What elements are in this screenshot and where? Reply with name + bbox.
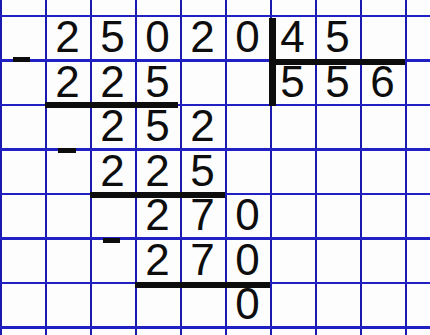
digit-cell: 5 xyxy=(315,60,360,105)
digit-cell: 5 xyxy=(270,60,315,105)
digit-cell: 0 xyxy=(225,238,270,283)
subtraction-underline-2 xyxy=(90,192,225,198)
division-sheet: 25020452255562522252702700 xyxy=(0,0,430,335)
digit-cell: 2 xyxy=(90,60,135,105)
digit-cell: 2 xyxy=(180,15,225,60)
minus-sign-1 xyxy=(13,57,30,62)
divisor-underline xyxy=(269,59,405,65)
digit-cell: 5 xyxy=(135,104,180,149)
digit-cell: 2 xyxy=(180,104,225,149)
digit-cell: 0 xyxy=(225,193,270,238)
digit-cell: 2 xyxy=(135,149,180,194)
minus-sign-2 xyxy=(58,148,76,153)
digit-cell: 2 xyxy=(90,149,135,194)
digit-cell: 5 xyxy=(135,60,180,105)
subtraction-underline-1 xyxy=(45,102,178,108)
digit-cell: 7 xyxy=(180,238,225,283)
digit-cell: 0 xyxy=(225,15,270,60)
digit-cell: 0 xyxy=(135,15,180,60)
digit-cell: 2 xyxy=(45,60,90,105)
digit-cell: 2 xyxy=(135,238,180,283)
digit-cell: 6 xyxy=(360,60,405,105)
digit-cell: 4 xyxy=(270,15,315,60)
minus-sign-3 xyxy=(103,238,120,243)
digit-cell: 5 xyxy=(180,149,225,194)
digit-cell: 2 xyxy=(45,15,90,60)
digit-cell: 0 xyxy=(225,282,270,327)
digit-cell: 7 xyxy=(180,193,225,238)
digit-cell: 2 xyxy=(135,193,180,238)
subtraction-underline-3 xyxy=(135,282,270,288)
digit-cell: 2 xyxy=(90,104,135,149)
digit-cell: 5 xyxy=(90,15,135,60)
digit-cell: 5 xyxy=(315,15,360,60)
